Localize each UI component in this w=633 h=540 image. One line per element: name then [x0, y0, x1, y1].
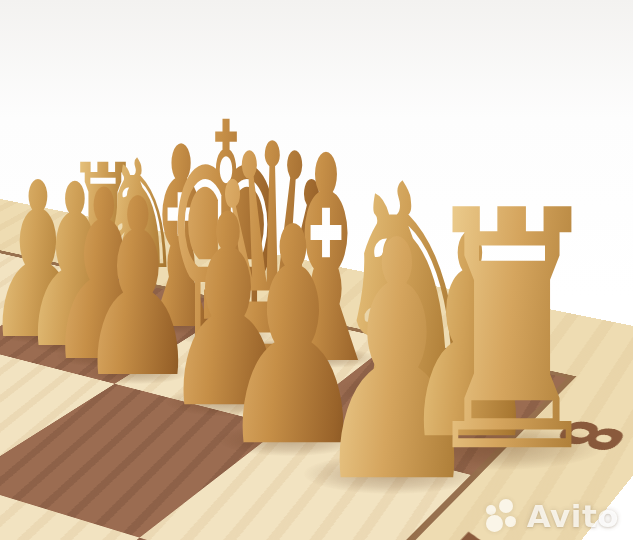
product-photo-scene: h 87 ♜♞♝♚♛♝♞♜♟♟♟♟♟♟♟♟ Avito	[0, 0, 633, 540]
piece-white-rook-h8: ♜	[417, 168, 606, 498]
